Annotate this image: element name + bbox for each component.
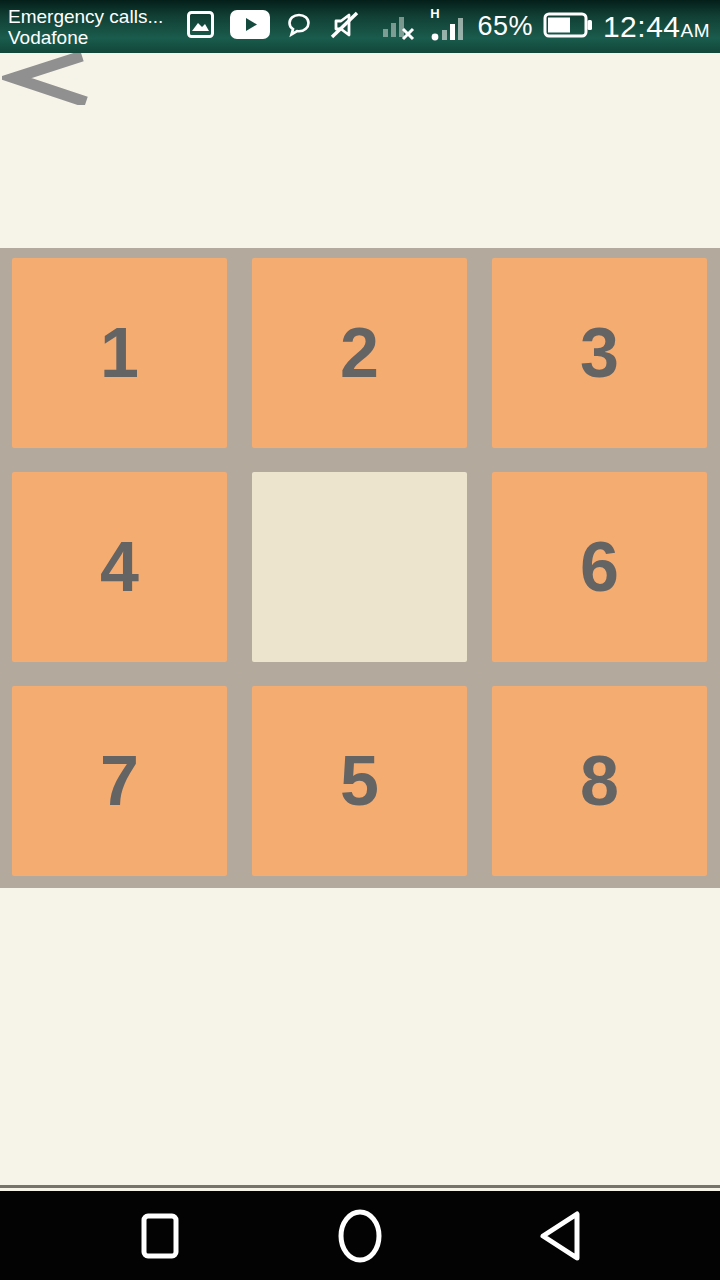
battery-icon	[543, 11, 593, 43]
back-nav-button[interactable]	[460, 1210, 660, 1262]
carrier-line2: Vodafone	[8, 27, 163, 48]
puzzle-board: 1 2 3 4 6 7 5 8	[0, 248, 720, 888]
chat-bubble-icon	[286, 12, 312, 42]
home-button[interactable]	[260, 1208, 460, 1264]
battery-percent: 65%	[477, 11, 533, 42]
carrier-line1: Emergency calls...	[8, 6, 163, 27]
android-screen: Emergency calls... Vodafone H	[0, 0, 720, 1280]
signal-h-icon: H	[427, 6, 467, 48]
back-button[interactable]	[2, 53, 94, 105]
tile-3[interactable]: 3	[492, 258, 707, 448]
notification-icons	[187, 9, 361, 45]
carrier-text: Emergency calls... Vodafone	[8, 6, 163, 48]
empty-cell	[252, 472, 467, 662]
youtube-icon	[230, 10, 270, 43]
network-type-label: H	[431, 6, 440, 21]
time-text: 12:44	[603, 10, 681, 43]
tile-6[interactable]: 6	[492, 472, 707, 662]
meridiem-text: AM	[681, 20, 711, 41]
tile-2[interactable]: 2	[252, 258, 467, 448]
app-footer-area	[0, 888, 720, 1188]
navigation-bar	[0, 1191, 720, 1280]
tile-5[interactable]: 5	[252, 686, 467, 876]
recents-square-icon	[141, 1213, 179, 1259]
mute-icon	[328, 9, 361, 45]
tile-7[interactable]: 7	[12, 686, 227, 876]
tile-1[interactable]: 1	[12, 258, 227, 448]
tile-4[interactable]: 4	[12, 472, 227, 662]
system-icons: H 65% 12:44AM	[381, 6, 710, 48]
back-chevron-icon	[2, 53, 94, 105]
app-header-area	[0, 53, 720, 248]
back-triangle-icon	[537, 1210, 583, 1262]
tile-8[interactable]: 8	[492, 686, 707, 876]
gallery-icon	[187, 11, 214, 42]
home-circle-icon	[337, 1208, 383, 1264]
recents-button[interactable]	[60, 1213, 260, 1259]
signal-no-service-icon	[381, 9, 417, 45]
status-bar: Emergency calls... Vodafone H	[0, 0, 720, 53]
clock: 12:44AM	[603, 10, 710, 44]
